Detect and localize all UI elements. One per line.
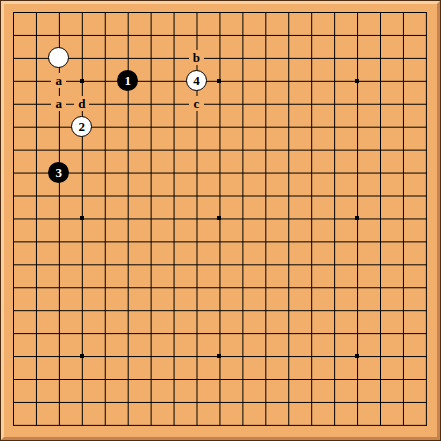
point-label-a: a — [51, 96, 66, 111]
point-label-cell: a — [47, 69, 70, 92]
star-point-dot — [355, 216, 359, 220]
star-point — [70, 345, 93, 368]
star-point-dot — [217, 216, 221, 220]
stone-white-unnumbered — [48, 47, 69, 68]
board-grid: aadbc1234 — [2, 1, 438, 437]
star-point — [346, 69, 369, 92]
stone-cell — [47, 46, 70, 69]
stone-black-3: 3 — [48, 162, 69, 183]
star-point — [208, 207, 231, 230]
point-label-c: c — [189, 96, 204, 111]
point-label-cell: c — [185, 92, 208, 115]
stone-cell: 3 — [47, 161, 70, 184]
point-label-b: b — [189, 50, 204, 65]
stone-white-4: 4 — [186, 70, 207, 91]
star-point-dot — [80, 216, 84, 220]
stone-black-1: 1 — [117, 70, 138, 91]
star-point — [208, 69, 231, 92]
stone-cell: 1 — [116, 69, 139, 92]
stone-cell: 2 — [70, 115, 93, 138]
star-point-dot — [80, 354, 84, 358]
go-board: aadbc1234 — [0, 0, 441, 441]
star-point — [70, 69, 93, 92]
star-point-dot — [217, 354, 221, 358]
point-label-cell: d — [70, 92, 93, 115]
point-label-d: d — [74, 96, 89, 111]
stone-white-2: 2 — [71, 116, 92, 137]
point-label-a: a — [51, 73, 66, 88]
star-point-dot — [80, 79, 84, 83]
star-point-dot — [355, 79, 359, 83]
star-point-dot — [355, 354, 359, 358]
star-point — [346, 207, 369, 230]
stone-cell: 4 — [185, 69, 208, 92]
star-point — [208, 345, 231, 368]
star-point-dot — [217, 79, 221, 83]
point-label-cell: a — [47, 92, 70, 115]
point-label-cell: b — [185, 46, 208, 69]
star-point — [346, 345, 369, 368]
star-point — [70, 207, 93, 230]
